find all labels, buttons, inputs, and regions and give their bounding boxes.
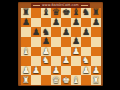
square-c6[interactable]: ♞	[41, 27, 51, 37]
black-queen: ♛	[52, 8, 60, 17]
square-c3[interactable]: ♞	[41, 56, 51, 66]
square-g5[interactable]	[81, 37, 91, 47]
square-g8[interactable]: ♞	[81, 8, 91, 18]
square-b2[interactable]: ♟	[31, 66, 41, 76]
black-pawn: ♟	[42, 37, 50, 46]
white-pawn: ♟	[72, 46, 80, 55]
square-f4[interactable]: ♟	[71, 47, 81, 57]
watermark-right-line	[81, 5, 88, 6]
square-e1[interactable]: ♚	[61, 75, 71, 85]
square-b3[interactable]	[31, 56, 41, 66]
square-g2[interactable]: ♟	[81, 66, 91, 76]
white-rook: ♜	[92, 75, 100, 84]
black-pawn: ♟	[52, 17, 60, 26]
black-pawn: ♟	[62, 27, 70, 36]
square-h4[interactable]	[91, 47, 101, 57]
square-a2[interactable]: ♟	[21, 66, 31, 76]
screen: www.BANDICAM.com ♜♝♛♚♝♞♜♟♟♟♟♟♞♟♟♟♟♝♟♟♞♟♞…	[0, 0, 120, 90]
white-pawn: ♟	[62, 56, 70, 65]
square-c1[interactable]	[41, 75, 51, 85]
square-c2[interactable]	[41, 66, 51, 76]
square-d7[interactable]: ♟	[51, 18, 61, 28]
square-d5[interactable]	[51, 37, 61, 47]
square-e4[interactable]	[61, 47, 71, 57]
white-bishop: ♝	[22, 46, 30, 55]
white-queen: ♛	[52, 75, 60, 84]
black-rook: ♜	[92, 8, 100, 17]
square-h6[interactable]	[91, 27, 101, 37]
square-d1[interactable]: ♛	[51, 75, 61, 85]
black-rook: ♜	[22, 8, 30, 17]
square-a6[interactable]	[21, 27, 31, 37]
square-a4[interactable]: ♝	[21, 47, 31, 57]
white-knight: ♞	[82, 56, 90, 65]
white-pawn: ♟	[82, 66, 90, 75]
square-d6[interactable]	[51, 27, 61, 37]
white-bishop: ♝	[72, 75, 80, 84]
square-f6[interactable]	[71, 27, 81, 37]
square-e6[interactable]: ♟	[61, 27, 71, 37]
square-g7[interactable]	[81, 18, 91, 28]
square-a3[interactable]	[21, 56, 31, 66]
watermark-text: www.BANDICAM.com	[42, 3, 79, 8]
square-g6[interactable]: ♟	[81, 27, 91, 37]
black-knight: ♞	[82, 8, 90, 17]
square-b4[interactable]	[31, 47, 41, 57]
square-b1[interactable]	[31, 75, 41, 85]
square-g4[interactable]	[81, 47, 91, 57]
square-h2[interactable]: ♟	[91, 66, 101, 76]
square-b7[interactable]	[31, 18, 41, 28]
square-e3[interactable]: ♟	[61, 56, 71, 66]
black-pawn: ♟	[22, 17, 30, 26]
square-f7[interactable]: ♟	[71, 18, 81, 28]
square-f3[interactable]	[71, 56, 81, 66]
square-g1[interactable]	[81, 75, 91, 85]
white-knight: ♞	[42, 56, 50, 65]
black-bishop: ♝	[42, 8, 50, 17]
square-d4[interactable]	[51, 47, 61, 57]
square-f8[interactable]: ♝	[71, 8, 81, 18]
square-h5[interactable]	[91, 37, 101, 47]
square-a7[interactable]: ♟	[21, 18, 31, 28]
square-h7[interactable]: ♟	[91, 18, 101, 28]
square-a5[interactable]	[21, 37, 31, 47]
black-knight: ♞	[42, 27, 50, 36]
square-a8[interactable]: ♜	[21, 8, 31, 18]
square-e8[interactable]: ♚	[61, 8, 71, 18]
square-h3[interactable]	[91, 56, 101, 66]
square-e5[interactable]	[61, 37, 71, 47]
square-c7[interactable]	[41, 18, 51, 28]
white-pawn: ♟	[42, 46, 50, 55]
square-g3[interactable]: ♞	[81, 56, 91, 66]
square-d3[interactable]	[51, 56, 61, 66]
white-king: ♚	[62, 75, 70, 84]
square-f2[interactable]	[71, 66, 81, 76]
black-pawn: ♟	[72, 37, 80, 46]
chess-board[interactable]: ♜♝♛♚♝♞♜♟♟♟♟♟♞♟♟♟♟♝♟♟♞♟♞♟♟♟♟♟♜♛♚♝♜	[21, 8, 101, 85]
square-b8[interactable]	[31, 8, 41, 18]
watermark-left-line	[33, 5, 40, 6]
square-c8[interactable]: ♝	[41, 8, 51, 18]
white-pawn: ♟	[52, 66, 60, 75]
square-h8[interactable]: ♜	[91, 8, 101, 18]
black-king: ♚	[62, 8, 70, 17]
square-b6[interactable]: ♟	[31, 27, 41, 37]
black-pawn: ♟	[72, 17, 80, 26]
white-pawn: ♟	[22, 66, 30, 75]
black-pawn: ♟	[92, 17, 100, 26]
square-c5[interactable]: ♟	[41, 37, 51, 47]
white-pawn: ♟	[32, 66, 40, 75]
square-d8[interactable]: ♛	[51, 8, 61, 18]
square-e2[interactable]	[61, 66, 71, 76]
square-c4[interactable]: ♟	[41, 47, 51, 57]
square-f5[interactable]: ♟	[71, 37, 81, 47]
white-pawn: ♟	[92, 66, 100, 75]
square-d2[interactable]: ♟	[51, 66, 61, 76]
white-rook: ♜	[22, 75, 30, 84]
watermark-pill: www.BANDICAM.com	[31, 3, 90, 8]
square-e7[interactable]	[61, 18, 71, 28]
square-f1[interactable]: ♝	[71, 75, 81, 85]
black-pawn: ♟	[82, 27, 90, 36]
black-pawn: ♟	[32, 27, 40, 36]
square-b5[interactable]	[31, 37, 41, 47]
square-a1[interactable]: ♜	[21, 75, 31, 85]
square-h1[interactable]: ♜	[91, 75, 101, 85]
black-bishop: ♝	[72, 8, 80, 17]
